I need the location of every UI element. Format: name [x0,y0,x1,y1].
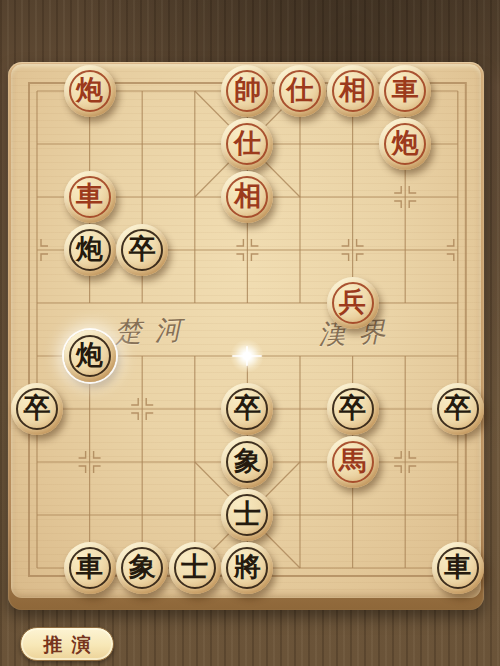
piece-glyph: 馬 [339,448,366,475]
simulate-button[interactable]: 推演 [20,627,114,661]
piece-black-炮[interactable]: 炮 [64,224,116,276]
piece-glyph: 卒 [444,395,471,422]
piece-black-卒[interactable]: 卒 [221,383,273,435]
piece-glyph: 卒 [234,395,261,422]
piece-black-象[interactable]: 象 [221,436,273,488]
piece-black-卒[interactable]: 卒 [432,383,484,435]
piece-glyph: 士 [234,501,261,528]
piece-glyph: 象 [234,448,261,475]
piece-glyph: 兵 [339,289,366,316]
piece-glyph: 炮 [76,342,103,369]
piece-black-士[interactable]: 士 [169,542,221,594]
piece-glyph: 車 [392,77,419,104]
piece-red-帥[interactable]: 帥 [221,65,273,117]
piece-black-象[interactable]: 象 [116,542,168,594]
piece-red-車[interactable]: 車 [64,171,116,223]
simulate-button-label: 推演 [35,635,100,654]
piece-red-仕[interactable]: 仕 [274,65,326,117]
piece-glyph: 帥 [234,77,261,104]
piece-glyph: 卒 [129,236,156,263]
piece-black-炮[interactable]: 炮 [64,330,116,382]
piece-black-車[interactable]: 車 [432,542,484,594]
piece-red-車[interactable]: 車 [379,65,431,117]
piece-glyph: 車 [76,554,103,581]
piece-glyph: 車 [76,183,103,210]
piece-red-相[interactable]: 相 [221,171,273,223]
piece-black-將[interactable]: 將 [221,542,273,594]
piece-glyph: 卒 [339,395,366,422]
piece-black-卒[interactable]: 卒 [11,383,63,435]
piece-red-馬[interactable]: 馬 [327,436,379,488]
piece-glyph: 炮 [76,236,103,263]
piece-glyph: 仕 [287,77,314,104]
piece-glyph: 仕 [234,130,261,157]
piece-black-士[interactable]: 士 [221,489,273,541]
xiangqi-app: 楚河 漢界 炮帥仕相車仕炮車相炮卒兵炮卒卒卒卒象馬士車象士將車 推演 [0,0,500,666]
piece-red-兵[interactable]: 兵 [327,277,379,329]
piece-red-相[interactable]: 相 [327,65,379,117]
piece-glyph: 相 [339,77,366,104]
piece-red-炮[interactable]: 炮 [64,65,116,117]
piece-glyph: 車 [444,554,471,581]
piece-glyph: 象 [129,554,156,581]
piece-glyph: 將 [234,554,261,581]
piece-black-卒[interactable]: 卒 [327,383,379,435]
piece-glyph: 炮 [76,77,103,104]
piece-red-炮[interactable]: 炮 [379,118,431,170]
piece-black-車[interactable]: 車 [64,542,116,594]
piece-glyph: 炮 [392,130,419,157]
piece-glyph: 相 [234,183,261,210]
piece-black-卒[interactable]: 卒 [116,224,168,276]
piece-glyph: 卒 [24,395,51,422]
piece-glyph: 士 [181,554,208,581]
piece-red-仕[interactable]: 仕 [221,118,273,170]
